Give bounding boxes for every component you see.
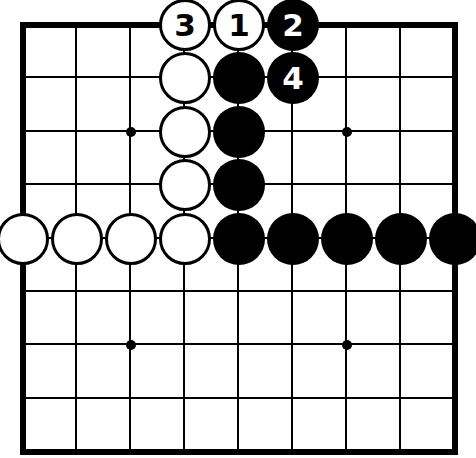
stone-white bbox=[159, 213, 211, 265]
stone-white bbox=[51, 213, 103, 265]
grid-cell bbox=[347, 292, 401, 345]
grid-cell bbox=[347, 132, 401, 185]
stone-black bbox=[213, 159, 265, 211]
grid-cell bbox=[77, 345, 131, 398]
grid-cell bbox=[23, 25, 77, 78]
grid-cell bbox=[239, 345, 293, 398]
grid-cell bbox=[293, 399, 347, 452]
grid-cell bbox=[401, 132, 455, 185]
grid-cell bbox=[23, 78, 77, 131]
stone-white: 3 bbox=[159, 0, 211, 51]
stone-white: 1 bbox=[213, 0, 265, 51]
stone-black bbox=[321, 213, 373, 265]
move-number-label: 2 bbox=[282, 10, 304, 41]
move-number-label: 3 bbox=[174, 10, 196, 41]
grid-cell bbox=[77, 399, 131, 452]
stone-white bbox=[159, 106, 211, 158]
grid-cell bbox=[347, 78, 401, 131]
grid-cell bbox=[185, 345, 239, 398]
stone-black bbox=[213, 52, 265, 104]
grid-cell bbox=[77, 292, 131, 345]
grid-cell bbox=[347, 25, 401, 78]
grid-cell bbox=[77, 25, 131, 78]
stone-black: 2 bbox=[267, 0, 319, 51]
stone-black bbox=[267, 213, 319, 265]
grid-cell bbox=[293, 292, 347, 345]
grid-cell bbox=[239, 292, 293, 345]
grid-cell bbox=[23, 132, 77, 185]
stone-white bbox=[159, 159, 211, 211]
move-number-label: 4 bbox=[282, 63, 304, 94]
grid-cell bbox=[131, 292, 185, 345]
stone-black bbox=[213, 213, 265, 265]
grid-cell bbox=[23, 292, 77, 345]
grid-cell bbox=[131, 345, 185, 398]
grid-cell bbox=[185, 399, 239, 452]
grid-cell bbox=[347, 345, 401, 398]
star-point bbox=[126, 340, 136, 350]
grid-cell bbox=[23, 345, 77, 398]
stone-black bbox=[213, 106, 265, 158]
grid-cell bbox=[23, 399, 77, 452]
star-point bbox=[342, 340, 352, 350]
stone-white bbox=[159, 52, 211, 104]
stone-black: 4 bbox=[267, 52, 319, 104]
grid-cell bbox=[77, 132, 131, 185]
grid-cell bbox=[239, 399, 293, 452]
grid-cell bbox=[293, 132, 347, 185]
go-board-diagram: 3124 bbox=[0, 0, 476, 458]
stone-black bbox=[429, 213, 476, 265]
star-point bbox=[126, 127, 136, 137]
grid-cell bbox=[293, 345, 347, 398]
grid-cell bbox=[401, 345, 455, 398]
grid-cell bbox=[131, 399, 185, 452]
grid-cell bbox=[401, 292, 455, 345]
stone-black bbox=[375, 213, 427, 265]
grid-cell bbox=[401, 78, 455, 131]
stone-white bbox=[105, 213, 157, 265]
grid-cell bbox=[347, 399, 401, 452]
grid-cell bbox=[77, 78, 131, 131]
grid-cell bbox=[401, 25, 455, 78]
star-point bbox=[342, 127, 352, 137]
move-number-label: 1 bbox=[228, 10, 250, 41]
grid-cell bbox=[401, 399, 455, 452]
board-lattice: 3124 bbox=[23, 25, 455, 452]
grid-cell bbox=[185, 292, 239, 345]
